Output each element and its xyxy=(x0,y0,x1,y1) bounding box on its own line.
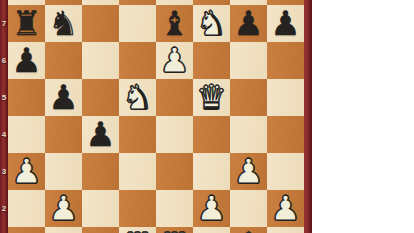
square-b1[interactable] xyxy=(45,227,82,233)
square-h5[interactable] xyxy=(267,79,304,116)
square-e3[interactable] xyxy=(156,153,193,190)
square-c6[interactable] xyxy=(82,42,119,79)
square-f5[interactable]: ♛ xyxy=(193,79,230,116)
square-e5[interactable] xyxy=(156,79,193,116)
square-g5[interactable] xyxy=(230,79,267,116)
piece-black-pawn[interactable]: ♟ xyxy=(82,116,119,153)
square-f6[interactable] xyxy=(193,42,230,79)
piece-white-knight[interactable]: ♞ xyxy=(193,5,230,42)
square-d4[interactable] xyxy=(119,116,156,153)
square-e6[interactable]: ♟ xyxy=(156,42,193,79)
square-e4[interactable] xyxy=(156,116,193,153)
square-g1[interactable]: ♚ xyxy=(230,227,267,233)
square-a3[interactable]: ♟ xyxy=(8,153,45,190)
square-b4[interactable] xyxy=(45,116,82,153)
board-frame-right-border xyxy=(304,0,312,233)
square-f2[interactable]: ♟ xyxy=(193,190,230,227)
rank-label-3: 3 xyxy=(0,153,8,190)
square-g7[interactable]: ♟ xyxy=(230,5,267,42)
square-a7[interactable]: ♜ xyxy=(8,5,45,42)
square-g2[interactable] xyxy=(230,190,267,227)
square-c2[interactable] xyxy=(82,190,119,227)
square-e7[interactable]: ♝ xyxy=(156,5,193,42)
square-f4[interactable] xyxy=(193,116,230,153)
piece-white-knight[interactable]: ♞ xyxy=(119,79,156,116)
piece-black-pawn[interactable]: ♟ xyxy=(267,5,304,42)
square-a4[interactable] xyxy=(8,116,45,153)
piece-white-rook[interactable]: ♜ xyxy=(119,227,156,233)
square-h4[interactable] xyxy=(267,116,304,153)
piece-white-rook[interactable]: ♜ xyxy=(156,227,193,233)
square-h2[interactable]: ♟ xyxy=(267,190,304,227)
rank-label-2: 2 xyxy=(0,190,8,227)
square-f7[interactable]: ♞ xyxy=(193,5,230,42)
square-b5[interactable]: ♟ xyxy=(45,79,82,116)
square-g3[interactable]: ♟ xyxy=(230,153,267,190)
rank-label-5: 5 xyxy=(0,79,8,116)
piece-white-pawn[interactable]: ♟ xyxy=(230,153,267,190)
piece-white-pawn[interactable]: ♟ xyxy=(193,190,230,227)
square-b7[interactable]: ♞ xyxy=(45,5,82,42)
square-d1[interactable]: ♜ xyxy=(119,227,156,233)
square-d7[interactable] xyxy=(119,5,156,42)
piece-black-bishop[interactable]: ♝ xyxy=(156,5,193,42)
square-d3[interactable] xyxy=(119,153,156,190)
rank-label-1: 1 xyxy=(0,227,8,233)
piece-white-pawn[interactable]: ♟ xyxy=(45,190,82,227)
piece-white-pawn[interactable]: ♟ xyxy=(156,42,193,79)
square-b2[interactable]: ♟ xyxy=(45,190,82,227)
square-c4[interactable]: ♟ xyxy=(82,116,119,153)
square-c1[interactable] xyxy=(82,227,119,233)
piece-white-king[interactable]: ♚ xyxy=(230,227,267,233)
square-g4[interactable] xyxy=(230,116,267,153)
piece-black-knight[interactable]: ♞ xyxy=(45,5,82,42)
square-h3[interactable] xyxy=(267,153,304,190)
square-h7[interactable]: ♟ xyxy=(267,5,304,42)
piece-white-pawn[interactable]: ♟ xyxy=(267,190,304,227)
square-a2[interactable] xyxy=(8,190,45,227)
square-c3[interactable] xyxy=(82,153,119,190)
square-f3[interactable] xyxy=(193,153,230,190)
square-e1[interactable]: ♜ xyxy=(156,227,193,233)
square-c5[interactable] xyxy=(82,79,119,116)
rank-labels: 87654321 xyxy=(0,0,8,233)
square-d5[interactable]: ♞ xyxy=(119,79,156,116)
square-a1[interactable] xyxy=(8,227,45,233)
square-d6[interactable] xyxy=(119,42,156,79)
square-a6[interactable]: ♟ xyxy=(8,42,45,79)
square-h1[interactable] xyxy=(267,227,304,233)
square-d2[interactable] xyxy=(119,190,156,227)
square-f1[interactable] xyxy=(193,227,230,233)
piece-white-pawn[interactable]: ♟ xyxy=(8,153,45,190)
square-e2[interactable] xyxy=(156,190,193,227)
screenshot-root: 87654321 ♝♛♜♚♜♞♝♞♟♟♟♟♟♞♛♟♟♟♟♟♟♜♜♚ xyxy=(0,0,414,233)
square-a5[interactable] xyxy=(8,79,45,116)
piece-black-rook[interactable]: ♜ xyxy=(8,5,45,42)
piece-black-pawn[interactable]: ♟ xyxy=(230,5,267,42)
chess-board: 87654321 ♝♛♜♚♜♞♝♞♟♟♟♟♟♞♛♟♟♟♟♟♟♜♜♚ xyxy=(0,0,312,233)
piece-white-queen[interactable]: ♛ xyxy=(193,79,230,116)
square-b6[interactable] xyxy=(45,42,82,79)
square-h6[interactable] xyxy=(267,42,304,79)
piece-black-pawn[interactable]: ♟ xyxy=(8,42,45,79)
piece-black-pawn[interactable]: ♟ xyxy=(45,79,82,116)
square-g6[interactable] xyxy=(230,42,267,79)
rank-label-6: 6 xyxy=(0,42,8,79)
board-grid: ♝♛♜♚♜♞♝♞♟♟♟♟♟♞♛♟♟♟♟♟♟♜♜♚ xyxy=(8,0,304,233)
square-c7[interactable] xyxy=(82,5,119,42)
rank-label-7: 7 xyxy=(0,5,8,42)
square-b3[interactable] xyxy=(45,153,82,190)
rank-label-4: 4 xyxy=(0,116,8,153)
